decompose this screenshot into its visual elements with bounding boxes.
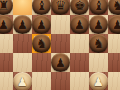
square-f6[interactable]: ♞: [89, 34, 108, 53]
pawn-icon: ♟: [93, 18, 104, 30]
chess-board[interactable]: ♜♝♛♚♝♞♟♟♟♟♟♟♞♞♟♟♟: [0, 0, 120, 90]
chessboard-viewport: ♜♝♛♚♝♞♟♟♟♟♟♟♞♞♟♟♟: [0, 0, 120, 90]
pawn-icon: ♟: [55, 56, 66, 68]
pawn-icon: ♟: [17, 75, 28, 87]
square-e8[interactable]: ♚: [70, 0, 89, 15]
square-e4[interactable]: [70, 72, 89, 90]
square-f4[interactable]: ♟: [89, 72, 108, 90]
bishop-icon: ♝: [93, 0, 105, 12]
square-b7[interactable]: ♟: [13, 15, 32, 34]
black-knight-c6[interactable]: ♞: [32, 34, 51, 53]
square-f5[interactable]: [89, 53, 108, 72]
square-b8[interactable]: [13, 0, 32, 15]
square-g4[interactable]: [108, 72, 120, 90]
pawn-icon: ♟: [0, 18, 9, 30]
square-a7[interactable]: ♟: [0, 15, 13, 34]
black-pawn-a7[interactable]: ♟: [0, 15, 13, 34]
square-c4[interactable]: [32, 72, 51, 90]
square-c8[interactable]: ♝: [32, 0, 51, 15]
black-knight-g8[interactable]: ♞: [108, 0, 120, 15]
knight-icon: ♞: [93, 37, 105, 50]
black-bishop-f8[interactable]: ♝: [89, 0, 108, 15]
black-queen-d8[interactable]: ♛: [51, 0, 70, 15]
square-a5[interactable]: [0, 53, 13, 72]
square-e6[interactable]: [70, 34, 89, 53]
square-d6[interactable]: [51, 34, 70, 53]
square-f7[interactable]: ♟: [89, 15, 108, 34]
black-bishop-c8[interactable]: ♝: [32, 0, 51, 15]
black-rook-a8[interactable]: ♜: [0, 0, 13, 15]
black-pawn-g7[interactable]: ♟: [108, 15, 120, 34]
black-knight-f6[interactable]: ♞: [89, 34, 108, 53]
square-g5[interactable]: [108, 53, 120, 72]
square-e5[interactable]: [70, 53, 89, 72]
square-b6[interactable]: [13, 34, 32, 53]
knight-icon: ♞: [36, 37, 48, 50]
black-pawn-c7[interactable]: ♟: [32, 15, 51, 34]
square-b5[interactable]: [13, 53, 32, 72]
square-g7[interactable]: ♟: [108, 15, 120, 34]
square-a8[interactable]: ♜: [0, 0, 13, 15]
square-d4[interactable]: [51, 72, 70, 90]
bishop-icon: ♝: [36, 0, 48, 12]
square-b4[interactable]: ♟: [13, 72, 32, 90]
pawn-icon: ♟: [112, 18, 120, 30]
pawn-icon: ♟: [36, 18, 47, 30]
square-g8[interactable]: ♞: [108, 0, 120, 15]
black-king-e8[interactable]: ♚: [70, 0, 89, 15]
square-a4[interactable]: [0, 72, 13, 90]
square-c7[interactable]: ♟: [32, 15, 51, 34]
white-pawn-b4[interactable]: ♟: [13, 72, 32, 90]
white-pawn-f4[interactable]: ♟: [89, 72, 108, 90]
black-pawn-d5[interactable]: ♟: [51, 53, 70, 72]
square-e7[interactable]: ♟: [70, 15, 89, 34]
square-f8[interactable]: ♝: [89, 0, 108, 15]
square-c5[interactable]: [32, 53, 51, 72]
black-pawn-b7[interactable]: ♟: [13, 15, 32, 34]
pawn-icon: ♟: [74, 18, 85, 30]
pawn-icon: ♟: [17, 18, 28, 30]
rook-icon: ♜: [0, 0, 9, 12]
square-c6[interactable]: ♞: [32, 34, 51, 53]
square-d7[interactable]: [51, 15, 70, 34]
square-d8[interactable]: ♛: [51, 0, 70, 15]
black-pawn-e7[interactable]: ♟: [70, 15, 89, 34]
pawn-icon: ♟: [93, 75, 104, 87]
black-pawn-f7[interactable]: ♟: [89, 15, 108, 34]
queen-icon: ♛: [55, 0, 67, 12]
square-a6[interactable]: [0, 34, 13, 53]
knight-icon: ♞: [112, 0, 120, 12]
king-icon: ♚: [74, 0, 86, 12]
square-d5[interactable]: ♟: [51, 53, 70, 72]
square-g6[interactable]: [108, 34, 120, 53]
